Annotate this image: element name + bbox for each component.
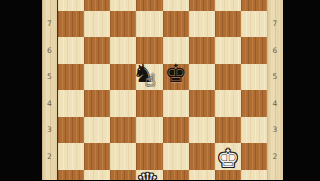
square-b7[interactable] <box>84 11 110 38</box>
square-g2[interactable]: ♚ <box>215 143 241 170</box>
square-d5[interactable]: ♞ <box>136 64 162 91</box>
square-g3[interactable] <box>215 117 241 144</box>
square-h2[interactable] <box>241 143 267 170</box>
rank-label-7: 7 <box>42 18 57 29</box>
right-coordinate-strip: 765432 <box>266 0 283 180</box>
square-b6[interactable] <box>84 37 110 64</box>
square-a1[interactable] <box>58 170 84 181</box>
rank-label-2: 2 <box>267 151 283 162</box>
square-g4[interactable] <box>215 90 241 117</box>
square-e5[interactable]: ♚ <box>163 64 189 91</box>
rank-label-6: 6 <box>267 45 283 56</box>
square-f4[interactable] <box>189 90 215 117</box>
rank-label-4: 4 <box>42 98 57 109</box>
black-king[interactable]: ♚ <box>163 61 189 88</box>
square-e8[interactable] <box>163 0 189 11</box>
square-c3[interactable] <box>110 117 136 144</box>
square-d3[interactable] <box>136 117 162 144</box>
square-d6[interactable] <box>136 37 162 64</box>
square-d1[interactable]: ♛ <box>136 170 162 181</box>
square-h8[interactable] <box>241 0 267 11</box>
rank-label-7: 7 <box>267 18 283 29</box>
square-b1[interactable] <box>84 170 110 181</box>
square-a5[interactable] <box>58 64 84 91</box>
chess-board-screenshot: 765432 765432 ♞♚♚♛ ☝ <box>0 0 320 180</box>
white-king[interactable]: ♚ <box>215 145 241 172</box>
square-g6[interactable] <box>215 37 241 64</box>
square-e7[interactable] <box>163 11 189 38</box>
square-h7[interactable] <box>241 11 267 38</box>
square-f8[interactable] <box>189 0 215 11</box>
square-h1[interactable] <box>241 170 267 181</box>
square-g1[interactable] <box>215 170 241 181</box>
square-d4[interactable] <box>136 90 162 117</box>
square-e6[interactable] <box>163 37 189 64</box>
square-b3[interactable] <box>84 117 110 144</box>
square-g8[interactable] <box>215 0 241 11</box>
square-f7[interactable] <box>189 11 215 38</box>
square-b4[interactable] <box>84 90 110 117</box>
rank-label-6: 6 <box>42 45 57 56</box>
square-f2[interactable] <box>189 143 215 170</box>
square-c2[interactable] <box>110 143 136 170</box>
square-e1[interactable] <box>163 170 189 181</box>
square-c7[interactable] <box>110 11 136 38</box>
square-h4[interactable] <box>241 90 267 117</box>
square-c8[interactable] <box>110 0 136 11</box>
rank-label-4: 4 <box>267 98 283 109</box>
square-d8[interactable] <box>136 0 162 11</box>
square-e3[interactable] <box>163 117 189 144</box>
square-g7[interactable] <box>215 11 241 38</box>
square-f3[interactable] <box>189 117 215 144</box>
square-c6[interactable] <box>110 37 136 64</box>
square-c4[interactable] <box>110 90 136 117</box>
board: ♞♚♚♛ <box>58 0 267 180</box>
square-d2[interactable] <box>136 143 162 170</box>
white-queen[interactable]: ♛ <box>134 170 160 181</box>
square-a3[interactable] <box>58 117 84 144</box>
square-f5[interactable] <box>189 64 215 91</box>
rank-label-2: 2 <box>42 151 57 162</box>
rank-label-5: 5 <box>267 71 283 82</box>
square-e4[interactable] <box>163 90 189 117</box>
square-a2[interactable] <box>58 143 84 170</box>
left-coordinate-strip: 765432 <box>42 0 58 180</box>
square-c1[interactable] <box>110 170 136 181</box>
square-a4[interactable] <box>58 90 84 117</box>
square-b2[interactable] <box>84 143 110 170</box>
square-b8[interactable] <box>84 0 110 11</box>
rank-label-3: 3 <box>267 124 283 135</box>
square-h5[interactable] <box>241 64 267 91</box>
rank-label-5: 5 <box>42 71 57 82</box>
square-f1[interactable] <box>189 170 215 181</box>
square-e2[interactable] <box>163 143 189 170</box>
square-g5[interactable] <box>215 64 241 91</box>
square-c5[interactable] <box>110 64 136 91</box>
rank-label-3: 3 <box>42 124 57 135</box>
square-b5[interactable] <box>84 64 110 91</box>
square-a8[interactable] <box>58 0 84 11</box>
square-a6[interactable] <box>58 37 84 64</box>
square-f6[interactable] <box>189 37 215 64</box>
square-d7[interactable] <box>136 11 162 38</box>
square-a7[interactable] <box>58 11 84 38</box>
square-h6[interactable] <box>241 37 267 64</box>
square-h3[interactable] <box>241 117 267 144</box>
